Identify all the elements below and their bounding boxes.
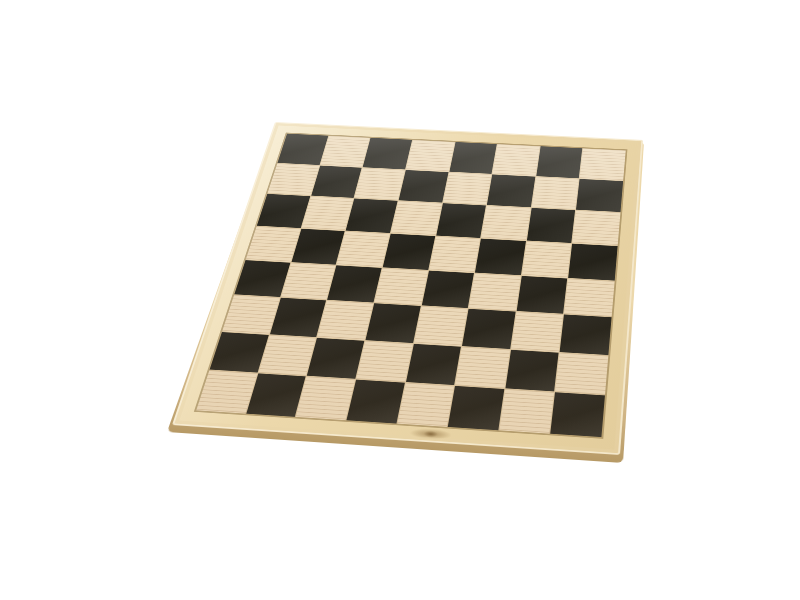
square-h3 (560, 315, 612, 355)
photo-stage (0, 0, 800, 600)
square-c6 (346, 199, 398, 233)
square-d4 (374, 268, 428, 306)
square-e8 (449, 142, 497, 174)
square-g3 (511, 312, 563, 352)
square-h4 (564, 278, 614, 316)
square-f6 (481, 206, 530, 241)
square-g8 (536, 146, 582, 178)
square-f3 (462, 309, 515, 349)
square-e6 (436, 203, 486, 238)
square-h7 (576, 179, 623, 212)
square-c7 (355, 168, 405, 201)
square-c2 (307, 338, 364, 379)
square-d2 (356, 341, 412, 383)
square-c8 (363, 138, 412, 169)
square-d1 (346, 380, 404, 424)
square-e5 (429, 236, 480, 272)
board-frame (172, 122, 643, 455)
square-b4 (281, 262, 336, 299)
square-b5 (291, 229, 345, 265)
square-g6 (527, 208, 576, 243)
square-c3 (317, 301, 373, 340)
square-h2 (555, 353, 608, 395)
square-e4 (421, 270, 474, 308)
square-f4 (469, 273, 521, 311)
square-c5 (337, 231, 390, 267)
square-d6 (391, 201, 442, 235)
square-d8 (406, 140, 454, 171)
square-h1 (551, 393, 605, 438)
square-f1 (448, 386, 504, 430)
square-e3 (414, 306, 468, 346)
square-c1 (296, 377, 355, 420)
square-f5 (475, 239, 526, 275)
square-g1 (499, 389, 554, 433)
square-g5 (522, 241, 572, 277)
square-h8 (580, 148, 626, 180)
square-f8 (492, 144, 539, 176)
square-g4 (516, 276, 567, 314)
square-h5 (569, 244, 618, 281)
square-e2 (405, 344, 461, 386)
square-d7 (398, 170, 448, 203)
square-h6 (573, 210, 621, 245)
square-e1 (397, 383, 454, 427)
square-e7 (443, 172, 492, 205)
square-f7 (487, 174, 535, 207)
square-b7 (311, 165, 362, 198)
square-d3 (365, 303, 420, 343)
square-b8 (320, 136, 370, 167)
square-c4 (327, 265, 381, 303)
square-g2 (505, 350, 559, 392)
square-b6 (301, 196, 353, 230)
square-d5 (383, 234, 435, 270)
checkerboard-surface (196, 134, 625, 437)
square-f2 (455, 347, 510, 389)
square-g7 (532, 176, 580, 209)
